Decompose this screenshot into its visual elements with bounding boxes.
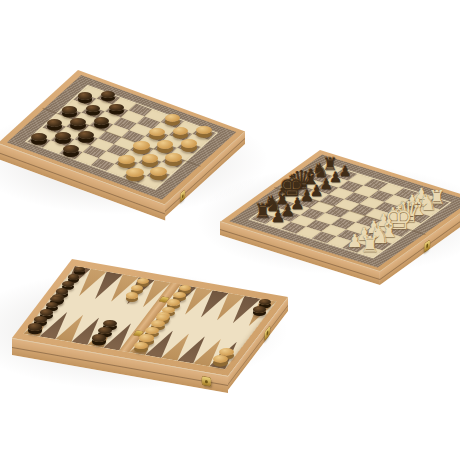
brass-latch (202, 376, 211, 386)
brass-hinge (159, 297, 169, 303)
pieces-layer (0, 0, 460, 460)
product-photo-canvas: ♜♟♞♟♝♟♛♟♚♟♟♜♝♟♟♞♞♟♟♝♜♟♟♛♟♚♟♝♟♞♟♜ (0, 0, 460, 460)
backgammon-board (0, 0, 460, 460)
brass-hinge (133, 331, 143, 337)
